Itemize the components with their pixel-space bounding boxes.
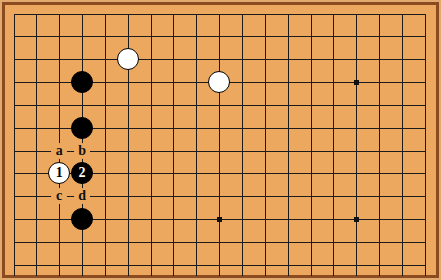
black-stone-d12: 2 bbox=[71, 162, 93, 184]
white-stone-f17 bbox=[117, 48, 139, 70]
label-a: a bbox=[51, 143, 67, 159]
black-stone-d14 bbox=[71, 117, 93, 139]
white-stone-c12: 1 bbox=[48, 162, 70, 184]
star-point-k10 bbox=[217, 217, 222, 222]
star-point-q10 bbox=[354, 217, 359, 222]
black-stone-d10 bbox=[71, 208, 93, 230]
go-board-diagram: 12abcd bbox=[0, 0, 441, 280]
star-point-q16 bbox=[354, 80, 359, 85]
board-grid: 12abcd bbox=[2, 2, 436, 276]
label-d: d bbox=[74, 188, 90, 204]
label-b: b bbox=[74, 143, 90, 159]
white-stone-k16 bbox=[208, 71, 230, 93]
black-stone-d16 bbox=[71, 71, 93, 93]
label-c: c bbox=[51, 188, 67, 204]
